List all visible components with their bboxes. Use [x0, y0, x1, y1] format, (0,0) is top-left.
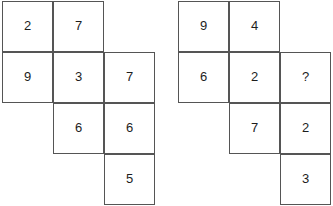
- puzzle-cell-unknown: ?: [280, 52, 331, 103]
- puzzle-cell: 3: [53, 52, 104, 103]
- puzzle-grid-right: 9462?723: [178, 1, 331, 205]
- puzzle-cell: 9: [178, 1, 229, 52]
- puzzle-cell: 5: [104, 154, 155, 205]
- puzzle-cell: 7: [229, 103, 280, 154]
- puzzle-cell: 7: [53, 1, 104, 52]
- puzzle-cell: 6: [104, 103, 155, 154]
- puzzle-cell: 2: [280, 103, 331, 154]
- puzzle-cell: 7: [104, 52, 155, 103]
- puzzle-cell: 3: [280, 154, 331, 205]
- puzzle-grid-left: 27937665: [2, 1, 155, 205]
- puzzle-cell: 4: [229, 1, 280, 52]
- puzzle-cell: 6: [53, 103, 104, 154]
- puzzle-cell: 2: [229, 52, 280, 103]
- puzzle-cell: 6: [178, 52, 229, 103]
- puzzle-cell: 2: [2, 1, 53, 52]
- puzzle-cell: 9: [2, 52, 53, 103]
